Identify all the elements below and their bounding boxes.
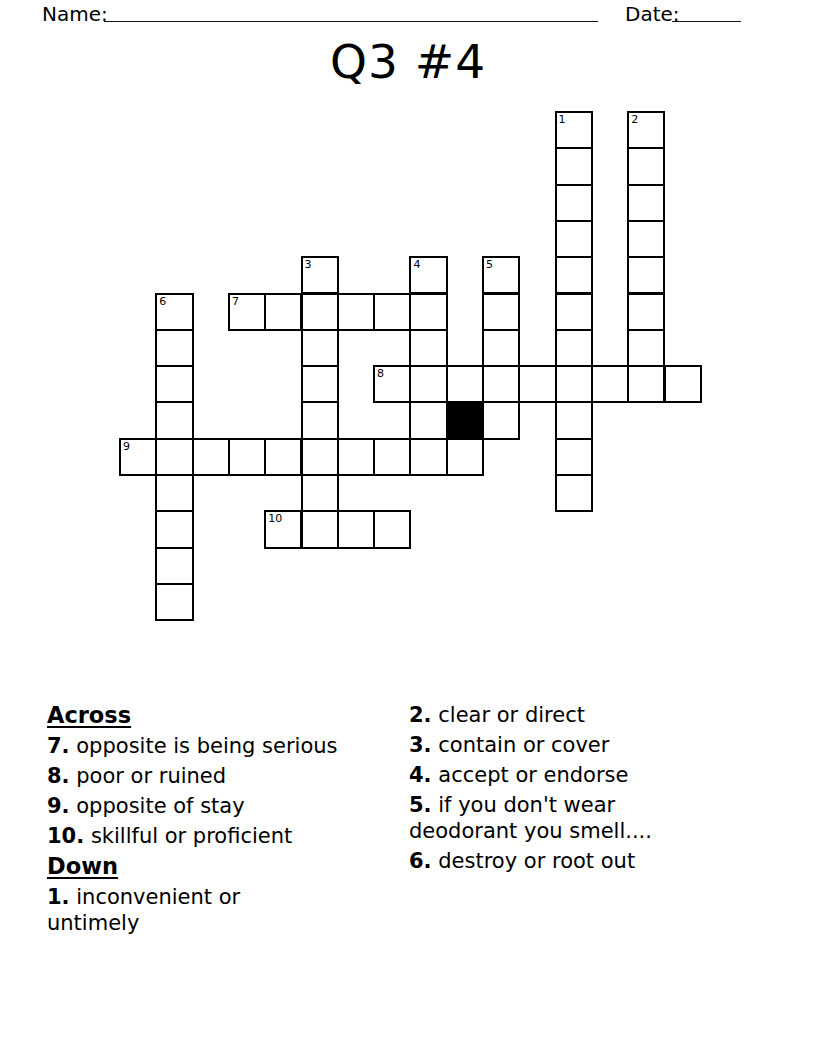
cell-r5-c7[interactable] — [373, 293, 411, 331]
clue-text: skillful or proficient — [84, 824, 292, 848]
clue-number: 2. — [409, 703, 432, 727]
cell-number: 10 — [268, 512, 282, 525]
cell-r7-c15[interactable] — [664, 365, 702, 403]
across-clue-10: 10. skillful or proficient — [47, 823, 409, 849]
cell-r9-c3[interactable] — [228, 438, 266, 476]
cell-r5-c12[interactable] — [555, 293, 593, 331]
cell-r4-c10[interactable]: 5 — [482, 256, 520, 294]
cell-r4-c5[interactable]: 3 — [301, 256, 339, 294]
clue-text: if you don't wear deodorant you smell...… — [409, 793, 652, 843]
cell-r7-c1[interactable] — [155, 365, 193, 403]
cell-r2-c14[interactable] — [627, 184, 665, 222]
cell-r3-c12[interactable] — [555, 220, 593, 258]
cell-number: 6 — [159, 295, 166, 308]
cell-r1-c14[interactable] — [627, 147, 665, 185]
across-clue-8: 8. poor or ruined — [47, 763, 409, 789]
clue-number: 3. — [409, 733, 432, 757]
cell-r0-c14[interactable]: 2 — [627, 111, 665, 149]
clues-right-column: 2. clear or direct3. contain or cover4. … — [409, 702, 805, 878]
cell-r5-c8[interactable] — [409, 293, 447, 331]
cell-r10-c12[interactable] — [555, 474, 593, 512]
cell-r4-c12[interactable] — [555, 256, 593, 294]
across-clue-9: 9. opposite of stay — [47, 793, 409, 819]
cell-r6-c8[interactable] — [409, 329, 447, 367]
cell-number: 2 — [631, 113, 638, 126]
clue-text: opposite of stay — [70, 794, 245, 818]
down-clue-2: 2. clear or direct — [409, 702, 805, 728]
cell-r5-c4[interactable] — [264, 293, 302, 331]
cell-r10-c5[interactable] — [301, 474, 339, 512]
cell-r12-c1[interactable] — [155, 547, 193, 585]
cell-r10-c1[interactable] — [155, 474, 193, 512]
cell-r8-c1[interactable] — [155, 401, 193, 439]
clue-number: 4. — [409, 763, 432, 787]
cell-r7-c9[interactable] — [446, 365, 484, 403]
cell-r3-c14[interactable] — [627, 220, 665, 258]
clue-text: opposite is being serious — [70, 734, 338, 758]
cell-r7-c8[interactable] — [409, 365, 447, 403]
cell-r11-c5[interactable] — [301, 510, 339, 548]
cell-r1-c12[interactable] — [555, 147, 593, 185]
cell-r5-c1[interactable]: 6 — [155, 293, 193, 331]
clue-number: 6. — [409, 849, 432, 873]
cell-r9-c2[interactable] — [192, 438, 230, 476]
clue-number: 7. — [47, 734, 70, 758]
name-label: Name: — [42, 3, 108, 25]
cell-r5-c5[interactable] — [301, 293, 339, 331]
cell-r5-c14[interactable] — [627, 293, 665, 331]
name-field-line[interactable] — [104, 4, 598, 22]
cell-r7-c7[interactable]: 8 — [373, 365, 411, 403]
worksheet-page: Name: Date: Q3 #4 12345678910 Across7. o… — [0, 0, 816, 1056]
down-clue-6: 6. destroy or root out — [409, 848, 805, 874]
cell-number: 7 — [232, 295, 239, 308]
cell-r5-c10[interactable] — [482, 293, 520, 331]
cell-r9-c7[interactable] — [373, 438, 411, 476]
cell-r7-c11[interactable] — [518, 365, 556, 403]
cell-r7-c5[interactable] — [301, 365, 339, 403]
cell-r11-c6[interactable] — [337, 510, 375, 548]
clue-number: 1. — [47, 885, 70, 909]
cell-number: 9 — [123, 440, 130, 453]
clue-number: 5. — [409, 793, 432, 817]
cell-r6-c10[interactable] — [482, 329, 520, 367]
clue-number: 9. — [47, 794, 70, 818]
down-clue-5: 5. if you don't wear deodorant you smell… — [409, 792, 805, 844]
down-clue-3: 3. contain or cover — [409, 732, 805, 758]
cell-r0-c12[interactable]: 1 — [555, 111, 593, 149]
cell-r8-c12[interactable] — [555, 401, 593, 439]
cell-r9-c1[interactable] — [155, 438, 193, 476]
cell-r11-c4[interactable]: 10 — [264, 510, 302, 548]
cell-r7-c13[interactable] — [591, 365, 629, 403]
clue-text: inconvenient or untimely — [47, 885, 240, 935]
clue-number: 10. — [47, 824, 84, 848]
black-cell — [446, 401, 484, 439]
cell-r4-c14[interactable] — [627, 256, 665, 294]
down-clue-4: 4. accept or endorse — [409, 762, 805, 788]
cell-r7-c10[interactable] — [482, 365, 520, 403]
clue-text: accept or endorse — [432, 763, 629, 787]
cell-r9-c8[interactable] — [409, 438, 447, 476]
cell-r6-c5[interactable] — [301, 329, 339, 367]
cell-r9-c5[interactable] — [301, 438, 339, 476]
cell-r9-c4[interactable] — [264, 438, 302, 476]
cell-r7-c12[interactable] — [555, 365, 593, 403]
cell-number: 4 — [413, 258, 420, 271]
across-heading: Across — [47, 702, 409, 728]
cell-r9-c9[interactable] — [446, 438, 484, 476]
down-heading: Down — [47, 853, 409, 879]
clue-text: clear or direct — [432, 703, 585, 727]
cell-r6-c1[interactable] — [155, 329, 193, 367]
cell-number: 8 — [377, 367, 384, 380]
cell-r6-c14[interactable] — [627, 329, 665, 367]
down-clue-1: 1. inconvenient or untimely — [47, 884, 409, 936]
cell-number: 5 — [486, 258, 493, 271]
clues-left-column: Across7. opposite is being serious8. poo… — [47, 702, 409, 940]
cell-r5-c6[interactable] — [337, 293, 375, 331]
cell-r2-c12[interactable] — [555, 184, 593, 222]
cell-r8-c10[interactable] — [482, 401, 520, 439]
clue-text: destroy or root out — [432, 849, 636, 873]
cell-r9-c6[interactable] — [337, 438, 375, 476]
cell-r13-c1[interactable] — [155, 583, 193, 621]
cell-r6-c12[interactable] — [555, 329, 593, 367]
cell-r9-c0[interactable]: 9 — [119, 438, 157, 476]
cell-r8-c8[interactable] — [409, 401, 447, 439]
cell-r4-c8[interactable]: 4 — [409, 256, 447, 294]
cell-r8-c5[interactable] — [301, 401, 339, 439]
cell-r11-c1[interactable] — [155, 510, 193, 548]
date-field-line[interactable] — [672, 4, 741, 22]
cell-number: 1 — [559, 113, 566, 126]
clue-number: 8. — [47, 764, 70, 788]
cell-r7-c14[interactable] — [627, 365, 665, 403]
clue-text: poor or ruined — [70, 764, 227, 788]
across-clue-7: 7. opposite is being serious — [47, 733, 409, 759]
cell-number: 3 — [305, 258, 312, 271]
cell-r11-c7[interactable] — [373, 510, 411, 548]
clue-text: contain or cover — [432, 733, 610, 757]
page-title: Q3 #4 — [0, 33, 816, 91]
cell-r9-c12[interactable] — [555, 438, 593, 476]
cell-r5-c3[interactable]: 7 — [228, 293, 266, 331]
